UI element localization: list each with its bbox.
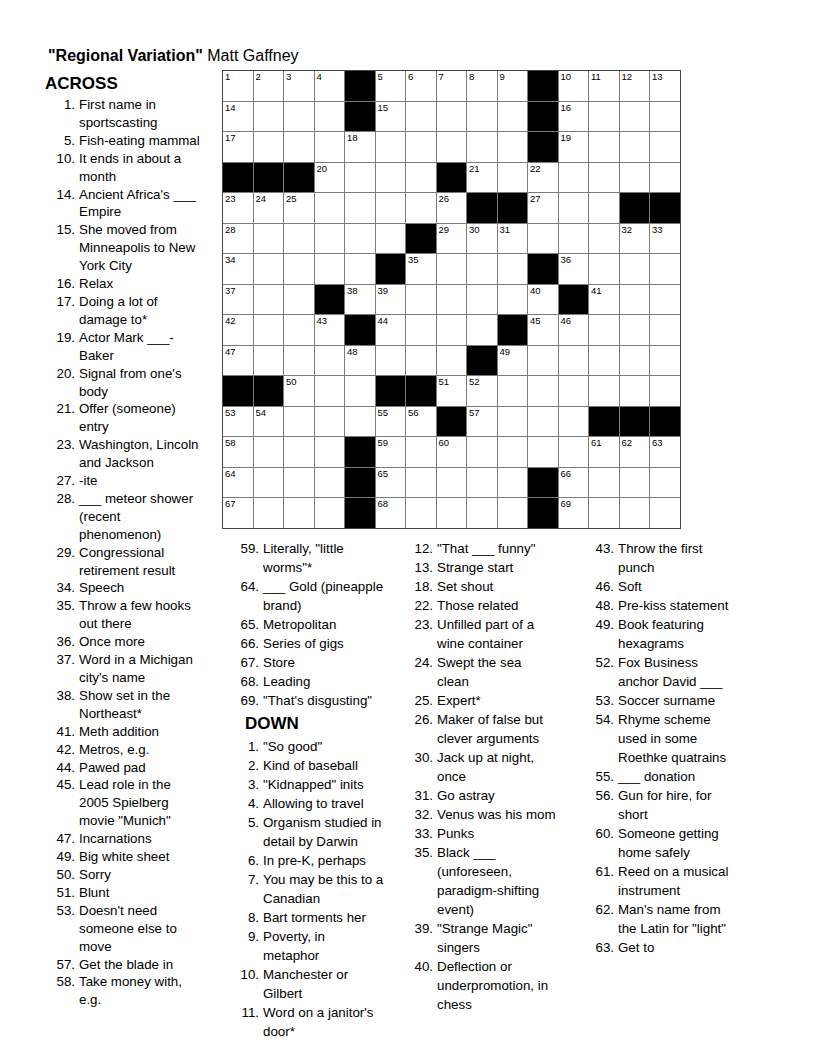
grid-cell-r8c13: 41 bbox=[589, 285, 619, 315]
grid-cell-r4c10 bbox=[498, 163, 528, 193]
grid-cell-r6c5 bbox=[345, 224, 375, 254]
grid-cell-r7c15 bbox=[650, 254, 680, 284]
cell-number-67: 67 bbox=[225, 498, 236, 509]
cell-number-44: 44 bbox=[378, 315, 389, 326]
across-clue-59: 59.Literally, "little worms"* bbox=[229, 539, 385, 577]
clue-text: Incarnations bbox=[79, 830, 200, 848]
cell-number-14: 14 bbox=[225, 102, 236, 113]
grid-cell-r1c9: 8 bbox=[467, 71, 497, 101]
black-cell-r12c13 bbox=[589, 407, 619, 437]
cell-number-56: 56 bbox=[408, 407, 419, 418]
clue-text: Fish-eating mammal bbox=[79, 132, 200, 150]
clue-text: Punks bbox=[437, 824, 557, 843]
grid-cell-r13c12 bbox=[559, 437, 589, 467]
grid-cell-r12c4 bbox=[315, 407, 345, 437]
cell-number-69: 69 bbox=[561, 498, 572, 509]
black-cell-r2c11 bbox=[528, 102, 558, 132]
grid-cell-r10c11 bbox=[528, 346, 558, 376]
grid-cell-r11c12 bbox=[559, 376, 589, 406]
grid-cell-r5c8: 26 bbox=[437, 193, 467, 223]
across-clue-50: 50.Sorry bbox=[45, 866, 201, 884]
clue-number: 31. bbox=[403, 786, 437, 805]
cell-number-36: 36 bbox=[561, 254, 572, 265]
down-clue-25: 25.Expert* bbox=[403, 691, 559, 710]
across-clue-65: 65.Metropolitan bbox=[229, 615, 385, 634]
black-cell-r8c4 bbox=[315, 285, 345, 315]
clue-number: 64. bbox=[229, 577, 263, 596]
clue-text: Store bbox=[263, 653, 384, 672]
cell-number-10: 10 bbox=[561, 71, 572, 82]
clue-text: Throw the first punch bbox=[618, 539, 736, 577]
clue-number: 50. bbox=[45, 866, 79, 884]
clue-text: Black ___ (unforeseen, paradigm-shifting… bbox=[437, 843, 557, 919]
across-clue-69: 69."That's disgusting" bbox=[229, 691, 385, 710]
clue-number: 44. bbox=[45, 759, 79, 777]
black-cell-r12c14 bbox=[620, 407, 650, 437]
cell-number-8: 8 bbox=[469, 71, 474, 82]
down-clue-33: 33.Punks bbox=[403, 824, 559, 843]
grid-cell-r7c7: 35 bbox=[406, 254, 436, 284]
across-clue-42: 42.Metros, e.g. bbox=[45, 741, 201, 759]
down-clue-43: 43.Throw the first punch bbox=[584, 539, 738, 577]
grid-cell-r9c1: 42 bbox=[223, 315, 253, 345]
cell-number-50: 50 bbox=[286, 376, 297, 387]
clue-text: Washington, Lincoln and Jackson bbox=[79, 436, 200, 472]
clue-number: 1. bbox=[45, 96, 79, 114]
cell-number-63: 63 bbox=[652, 437, 663, 448]
cell-number-28: 28 bbox=[225, 224, 236, 235]
clue-number: 65. bbox=[229, 615, 263, 634]
down-clue-63: 63.Get to bbox=[584, 938, 738, 957]
across-clue-58: 58.Take money with, e.g. bbox=[45, 973, 201, 1009]
clue-number: 30. bbox=[403, 748, 437, 767]
cell-number-54: 54 bbox=[256, 407, 267, 418]
grid-cell-r12c1: 53 bbox=[223, 407, 253, 437]
clue-number: 38. bbox=[45, 687, 79, 705]
down-clue-54: 54.Rhyme scheme used in some Roethke qua… bbox=[584, 710, 738, 767]
across-clue-67: 67.Store bbox=[229, 653, 385, 672]
across-clue-51: 51.Blunt bbox=[45, 884, 201, 902]
down-clue-40: 40.Deflection or underpromotion, in ches… bbox=[403, 957, 559, 1014]
clue-number: 49. bbox=[45, 848, 79, 866]
down-clue-55: 55.___ donation bbox=[584, 767, 738, 786]
black-cell-r7c11 bbox=[528, 254, 558, 284]
grid-cell-r13c2 bbox=[254, 437, 284, 467]
down-clue-31: 31.Go astray bbox=[403, 786, 559, 805]
cell-number-12: 12 bbox=[622, 71, 633, 82]
grid-cell-r4c4: 20 bbox=[315, 163, 345, 193]
cell-number-66: 66 bbox=[561, 468, 572, 479]
grid-cell-r12c5 bbox=[345, 407, 375, 437]
cell-number-7: 7 bbox=[439, 71, 444, 82]
clue-number: 14. bbox=[45, 186, 79, 204]
clue-text: Metropolitan bbox=[263, 615, 384, 634]
clue-number: 43. bbox=[584, 539, 618, 558]
clue-number: 7. bbox=[229, 870, 263, 889]
clue-text: Allowing to travel bbox=[263, 794, 384, 813]
grid-cell-r7c14 bbox=[620, 254, 650, 284]
clue-text: Literally, "little worms"* bbox=[263, 539, 384, 577]
down-clue-5: 5.Organism studied in detail by Darwin bbox=[229, 813, 385, 851]
down-clue-32: 32.Venus was his mom bbox=[403, 805, 559, 824]
cell-number-40: 40 bbox=[530, 285, 541, 296]
grid-cell-r2c2 bbox=[254, 102, 284, 132]
grid-cell-r14c15 bbox=[650, 468, 680, 498]
clue-text: Gun for hire, for short bbox=[618, 786, 736, 824]
cell-number-5: 5 bbox=[378, 71, 383, 82]
grid-cell-r8c6: 39 bbox=[376, 285, 406, 315]
grid-cell-r1c12: 10 bbox=[559, 71, 589, 101]
clue-text: -ite bbox=[79, 472, 200, 490]
cell-number-46: 46 bbox=[561, 315, 572, 326]
across-clue-28: 28.___ meteor shower (recent phenomenon) bbox=[45, 490, 201, 544]
clue-text: Actor Mark ___-Baker bbox=[79, 329, 200, 365]
grid-cell-r9c13 bbox=[589, 315, 619, 345]
black-cell-r11c2 bbox=[254, 376, 284, 406]
cell-number-39: 39 bbox=[378, 285, 389, 296]
grid-cell-r6c8: 29 bbox=[437, 224, 467, 254]
clue-text: Someone getting home safely bbox=[618, 824, 736, 862]
clue-number: 15. bbox=[45, 221, 79, 239]
grid-cell-r4c5 bbox=[345, 163, 375, 193]
across-clue-1: 1.First name in sportscasting bbox=[45, 96, 201, 132]
grid-cell-r10c2 bbox=[254, 346, 284, 376]
down-clue-13: 13.Strange start bbox=[403, 558, 559, 577]
grid-cell-r13c13: 61 bbox=[589, 437, 619, 467]
grid-cell-r5c4 bbox=[315, 193, 345, 223]
grid-cell-r5c2: 24 bbox=[254, 193, 284, 223]
clue-text: "That ___ funny" bbox=[437, 539, 557, 558]
grid-cell-r1c10: 9 bbox=[498, 71, 528, 101]
across-clue-37: 37.Word in a Michigan city's name bbox=[45, 651, 201, 687]
down-clue-60: 60.Someone getting home safely bbox=[584, 824, 738, 862]
grid-cell-r14c12: 66 bbox=[559, 468, 589, 498]
grid-cell-r8c14 bbox=[620, 285, 650, 315]
clue-text: Go astray bbox=[437, 786, 557, 805]
grid-cell-r10c1: 47 bbox=[223, 346, 253, 376]
grid-cell-r13c3 bbox=[284, 437, 314, 467]
grid-cell-r15c15 bbox=[650, 498, 680, 528]
grid-cell-r6c6 bbox=[376, 224, 406, 254]
clue-number: 11. bbox=[229, 1003, 263, 1022]
grid-cell-r11c3: 50 bbox=[284, 376, 314, 406]
grid-cell-r15c14 bbox=[620, 498, 650, 528]
grid-cell-r3c5: 18 bbox=[345, 132, 375, 162]
clue-text: She moved from Minneapolis to New York C… bbox=[79, 221, 200, 275]
across-clue-68: 68.Leading bbox=[229, 672, 385, 691]
clue-text: "Strange Magic" singers bbox=[437, 919, 557, 957]
cell-number-47: 47 bbox=[225, 346, 236, 357]
grid-cell-r12c9: 57 bbox=[467, 407, 497, 437]
cell-number-13: 13 bbox=[652, 71, 663, 82]
clue-text: Pawed pad bbox=[79, 759, 200, 777]
clue-text: "Kidnapped" inits bbox=[263, 775, 384, 794]
grid-cell-r10c5: 48 bbox=[345, 346, 375, 376]
grid-cell-r3c7 bbox=[406, 132, 436, 162]
clue-text: Rhyme scheme used in some Roethke quatra… bbox=[618, 710, 736, 767]
grid-cell-r8c2 bbox=[254, 285, 284, 315]
cell-number-11: 11 bbox=[591, 71, 601, 82]
cell-number-16: 16 bbox=[561, 102, 572, 113]
grid-cell-r9c12: 46 bbox=[559, 315, 589, 345]
clue-number: 53. bbox=[45, 902, 79, 920]
clue-text: Those related bbox=[437, 596, 557, 615]
grid-cell-r8c10 bbox=[498, 285, 528, 315]
grid-cell-r5c13 bbox=[589, 193, 619, 223]
clue-text: Once more bbox=[79, 633, 200, 651]
grid-cell-r15c2 bbox=[254, 498, 284, 528]
down-clue-10: 10.Manchester or Gilbert bbox=[229, 965, 385, 1003]
across-clue-16: 16.Relax bbox=[45, 275, 201, 293]
clue-number: 4. bbox=[229, 794, 263, 813]
grid-cell-r13c1: 58 bbox=[223, 437, 253, 467]
grid-cell-r1c6: 5 bbox=[376, 71, 406, 101]
clue-number: 22. bbox=[403, 596, 437, 615]
cell-number-57: 57 bbox=[469, 407, 480, 418]
grid-cell-r13c10 bbox=[498, 437, 528, 467]
grid-cell-r10c4 bbox=[315, 346, 345, 376]
clue-number: 67. bbox=[229, 653, 263, 672]
puzzle-page: "Regional Variation" Matt Gaffney ACROSS… bbox=[0, 0, 816, 1056]
down-clue-12: 12."That ___ funny" bbox=[403, 539, 559, 558]
cell-number-15: 15 bbox=[378, 102, 389, 113]
clue-number: 39. bbox=[403, 919, 437, 938]
grid-cell-r4c13 bbox=[589, 163, 619, 193]
cell-number-43: 43 bbox=[317, 315, 328, 326]
cell-number-6: 6 bbox=[408, 71, 413, 82]
grid-cell-r6c10: 31 bbox=[498, 224, 528, 254]
cell-number-26: 26 bbox=[439, 193, 450, 204]
grid-cell-r14c8 bbox=[437, 468, 467, 498]
clue-text: Sorry bbox=[79, 866, 200, 884]
clue-number: 59. bbox=[229, 539, 263, 558]
black-cell-r1c5 bbox=[345, 71, 375, 101]
grid-cell-r4c12 bbox=[559, 163, 589, 193]
grid-cell-r5c1: 23 bbox=[223, 193, 253, 223]
cell-number-30: 30 bbox=[469, 224, 480, 235]
across-clue-38: 38.Show set in the Northeast* bbox=[45, 687, 201, 723]
cell-number-45: 45 bbox=[530, 315, 541, 326]
across-clue-49: 49.Big white sheet bbox=[45, 848, 201, 866]
grid-cell-r6c14: 32 bbox=[620, 224, 650, 254]
grid-cell-r12c11 bbox=[528, 407, 558, 437]
grid-cell-r15c10 bbox=[498, 498, 528, 528]
grid-cell-r15c6: 68 bbox=[376, 498, 406, 528]
clue-number: 1. bbox=[229, 737, 263, 756]
grid-cell-r8c15 bbox=[650, 285, 680, 315]
grid-cell-r4c6 bbox=[376, 163, 406, 193]
black-cell-r5c15 bbox=[650, 193, 680, 223]
grid-cell-r10c7 bbox=[406, 346, 436, 376]
clue-number: 33. bbox=[403, 824, 437, 843]
clue-number: 5. bbox=[45, 132, 79, 150]
clue-number: 26. bbox=[403, 710, 437, 729]
black-cell-r1c11 bbox=[528, 71, 558, 101]
grid-cell-r1c13: 11 bbox=[589, 71, 619, 101]
cell-number-64: 64 bbox=[225, 468, 236, 479]
across-clue-23: 23.Washington, Lincoln and Jackson bbox=[45, 436, 201, 472]
grid-cell-r3c12: 19 bbox=[559, 132, 589, 162]
black-cell-r9c10 bbox=[498, 315, 528, 345]
across-clue-53: 53.Doesn't need someone else to move bbox=[45, 902, 201, 956]
grid-cell-r9c7 bbox=[406, 315, 436, 345]
cell-number-41: 41 bbox=[591, 285, 602, 296]
grid-cell-r10c10: 49 bbox=[498, 346, 528, 376]
black-cell-r15c5 bbox=[345, 498, 375, 528]
grid-cell-r7c3 bbox=[284, 254, 314, 284]
down-clue-52: 52.Fox Business anchor David ___ bbox=[584, 653, 738, 691]
grid-cell-r9c9 bbox=[467, 315, 497, 345]
clue-number: 23. bbox=[403, 615, 437, 634]
cell-number-2: 2 bbox=[256, 71, 261, 82]
grid-cell-r10c13 bbox=[589, 346, 619, 376]
clue-number: 29. bbox=[45, 544, 79, 562]
grid-cell-r14c4 bbox=[315, 468, 345, 498]
across-clue-45: 45.Lead role in the 2005 Spielberg movie… bbox=[45, 776, 201, 830]
clue-number: 2. bbox=[229, 756, 263, 775]
clue-number: 58. bbox=[45, 973, 79, 991]
grid-cell-r15c7 bbox=[406, 498, 436, 528]
grid-cell-r1c1: 1 bbox=[223, 71, 253, 101]
down-clue-30: 30.Jack up at night, once bbox=[403, 748, 559, 786]
grid-cell-r13c8: 60 bbox=[437, 437, 467, 467]
across-clue-34: 34.Speech bbox=[45, 579, 201, 597]
grid-cell-r5c11: 27 bbox=[528, 193, 558, 223]
clue-text: First name in sportscasting bbox=[79, 96, 200, 132]
clue-number: 48. bbox=[584, 596, 618, 615]
grid-cell-r2c10 bbox=[498, 102, 528, 132]
clue-text: Ancient Africa's ___ Empire bbox=[79, 186, 200, 222]
title-text: "Regional Variation" bbox=[48, 47, 203, 64]
down-clue-23: 23.Unfilled part of a wine container bbox=[403, 615, 559, 653]
clue-number: 10. bbox=[229, 965, 263, 984]
clue-text: Word on a janitor's door* bbox=[263, 1003, 384, 1041]
cell-number-52: 52 bbox=[469, 376, 480, 387]
grid-cell-r13c6: 59 bbox=[376, 437, 406, 467]
across-clue-35: 35.Throw a few hooks out there bbox=[45, 597, 201, 633]
puzzle-title: "Regional Variation" Matt Gaffney bbox=[48, 47, 299, 65]
grid-cell-r5c5 bbox=[345, 193, 375, 223]
clue-number: 53. bbox=[584, 691, 618, 710]
clue-text: Bart torments her bbox=[263, 908, 384, 927]
black-cell-r5c9 bbox=[467, 193, 497, 223]
grid-cell-r12c10 bbox=[498, 407, 528, 437]
clue-text: "That's disgusting" bbox=[263, 691, 384, 710]
clue-number: 32. bbox=[403, 805, 437, 824]
grid-cell-r3c14 bbox=[620, 132, 650, 162]
down-clue-24: 24.Swept the sea clean bbox=[403, 653, 559, 691]
grid-cell-r11c5 bbox=[345, 376, 375, 406]
clue-number: 35. bbox=[403, 843, 437, 862]
cell-number-20: 20 bbox=[317, 163, 328, 174]
grid-cell-r8c7 bbox=[406, 285, 436, 315]
grid-cell-r6c3 bbox=[284, 224, 314, 254]
grid-cell-r3c8 bbox=[437, 132, 467, 162]
clue-text: You may be this to a Canadian bbox=[263, 870, 384, 908]
black-cell-r4c1 bbox=[223, 163, 253, 193]
down-clue-35: 35.Black ___ (unforeseen, paradigm-shift… bbox=[403, 843, 559, 919]
grid-cell-r5c12 bbox=[559, 193, 589, 223]
cell-number-18: 18 bbox=[347, 132, 358, 143]
grid-cell-r2c7 bbox=[406, 102, 436, 132]
grid-cell-r3c13 bbox=[589, 132, 619, 162]
cell-number-68: 68 bbox=[378, 498, 389, 509]
black-cell-r11c7 bbox=[406, 376, 436, 406]
clue-number: 61. bbox=[584, 862, 618, 881]
grid-cell-r5c6 bbox=[376, 193, 406, 223]
grid-cell-r8c1: 37 bbox=[223, 285, 253, 315]
clue-text: Congressional retirement result bbox=[79, 544, 200, 580]
across-clue-19: 19.Actor Mark ___-Baker bbox=[45, 329, 201, 365]
grid-cell-r15c4 bbox=[315, 498, 345, 528]
clue-text: ___ meteor shower (recent phenomenon) bbox=[79, 490, 200, 544]
clue-column-2: 59.Literally, "little worms"*64.___ Gold… bbox=[229, 539, 385, 1041]
across-clue-41: 41.Meth addition bbox=[45, 723, 201, 741]
clue-text: Swept the sea clean bbox=[437, 653, 557, 691]
black-cell-r4c2 bbox=[254, 163, 284, 193]
down-clue-56: 56.Gun for hire, for short bbox=[584, 786, 738, 824]
cell-number-62: 62 bbox=[622, 437, 633, 448]
grid-cell-r13c11 bbox=[528, 437, 558, 467]
down-clue-61: 61.Reed on a musical instrument bbox=[584, 862, 738, 900]
cell-number-23: 23 bbox=[225, 193, 236, 204]
across-clue-36: 36.Once more bbox=[45, 633, 201, 651]
grid-cell-r7c10 bbox=[498, 254, 528, 284]
clue-number: 45. bbox=[45, 776, 79, 794]
clue-text: Speech bbox=[79, 579, 200, 597]
down-clue-11: 11.Word on a janitor's door* bbox=[229, 1003, 385, 1041]
grid-cell-r11c8: 51 bbox=[437, 376, 467, 406]
grid-cell-r3c3 bbox=[284, 132, 314, 162]
cell-number-31: 31 bbox=[500, 224, 511, 235]
cell-number-27: 27 bbox=[530, 193, 541, 204]
clue-number: 3. bbox=[229, 775, 263, 794]
cell-number-25: 25 bbox=[286, 193, 297, 204]
grid-cell-r10c12 bbox=[559, 346, 589, 376]
grid-cell-r4c11: 22 bbox=[528, 163, 558, 193]
down-clue-39: 39."Strange Magic" singers bbox=[403, 919, 559, 957]
grid-cell-r2c8 bbox=[437, 102, 467, 132]
clue-text: Take money with, e.g. bbox=[79, 973, 200, 1009]
across-clue-44: 44.Pawed pad bbox=[45, 759, 201, 777]
cell-number-37: 37 bbox=[225, 285, 236, 296]
down-clue-48: 48.Pre-kiss statement bbox=[584, 596, 738, 615]
grid-cell-r15c9 bbox=[467, 498, 497, 528]
cell-number-1: 1 bbox=[225, 71, 230, 82]
grid-cell-r3c2 bbox=[254, 132, 284, 162]
grid-cell-r13c4 bbox=[315, 437, 345, 467]
grid-cell-r1c3: 3 bbox=[284, 71, 314, 101]
grid-cell-r5c7 bbox=[406, 193, 436, 223]
grid-cell-r10c3 bbox=[284, 346, 314, 376]
grid-cell-r6c13 bbox=[589, 224, 619, 254]
grid-cell-r3c9 bbox=[467, 132, 497, 162]
cell-number-9: 9 bbox=[500, 71, 505, 82]
grid-cell-r6c4 bbox=[315, 224, 345, 254]
grid-cell-r7c1: 34 bbox=[223, 254, 253, 284]
grid-cell-r2c9 bbox=[467, 102, 497, 132]
clue-number: 51. bbox=[45, 884, 79, 902]
grid-cell-r10c6 bbox=[376, 346, 406, 376]
grid-cell-r4c7 bbox=[406, 163, 436, 193]
clue-number: 9. bbox=[229, 927, 263, 946]
crossword-grid: 1234567891011121314151617181920212223242… bbox=[222, 70, 681, 529]
clue-text: "So good" bbox=[263, 737, 384, 756]
clue-number: 5. bbox=[229, 813, 263, 832]
grid-cell-r1c4: 4 bbox=[315, 71, 345, 101]
down-clues-col2: 1."So good"2.Kind of baseball3."Kidnappe… bbox=[229, 737, 385, 1041]
grid-cell-r3c10 bbox=[498, 132, 528, 162]
